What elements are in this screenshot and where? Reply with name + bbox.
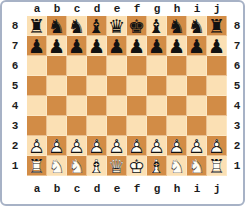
black-queen-piece: ♛	[107, 16, 126, 35]
rank-label-right-6: 6	[230, 59, 244, 73]
square-f3[interactable]	[127, 116, 147, 136]
black-pawn-piece: ♟	[27, 36, 46, 55]
square-h8[interactable]: ♞	[167, 16, 187, 36]
white-piece-outline: ♘	[187, 156, 206, 175]
rank-label-left-3: 3	[8, 119, 22, 133]
white-piece-outline: ♙	[27, 136, 46, 155]
square-d4[interactable]	[87, 96, 107, 116]
square-a2[interactable]: ♟♙	[27, 136, 47, 156]
square-d1[interactable]: ♝♗	[87, 156, 107, 176]
square-b5[interactable]	[47, 76, 67, 96]
file-label-bottom-h: h	[167, 182, 187, 196]
white-pawn-piece: ♟♙	[47, 136, 66, 155]
file-label-bottom-f: f	[127, 182, 147, 196]
file-label-bottom-b: b	[47, 182, 67, 196]
file-label-bottom-j: j	[207, 182, 227, 196]
square-c7[interactable]: ♟	[67, 36, 87, 56]
square-a3[interactable]	[27, 116, 47, 136]
file-label-bottom-c: c	[67, 182, 87, 196]
black-pawn-piece: ♟	[147, 36, 166, 55]
square-f2[interactable]: ♟♙	[127, 136, 147, 156]
white-pawn-piece: ♟♙	[67, 136, 86, 155]
black-rook-piece: ♜	[207, 16, 226, 35]
square-c2[interactable]: ♟♙	[67, 136, 87, 156]
square-f6[interactable]	[127, 56, 147, 76]
white-piece-outline: ♙	[87, 136, 106, 155]
square-j5[interactable]	[207, 76, 227, 96]
file-label-top-j: j	[207, 2, 227, 16]
square-d6[interactable]	[87, 56, 107, 76]
chessboard: ♜♞♞♝♛♚♝♞♞♜♟♟♟♟♟♟♟♟♟♟♟♙♟♙♟♙♟♙♟♙♟♙♟♙♟♙♟♙♟♙…	[27, 16, 227, 176]
square-j7[interactable]: ♟	[207, 36, 227, 56]
white-piece-outline: ♘	[167, 156, 186, 175]
white-knight-piece: ♞♘	[47, 156, 66, 175]
square-b4[interactable]	[47, 96, 67, 116]
white-piece-outline: ♖	[207, 156, 226, 175]
white-piece-outline: ♙	[107, 136, 126, 155]
square-j6[interactable]	[207, 56, 227, 76]
square-e1[interactable]: ♛♕	[107, 156, 127, 176]
diagram-frame: ♜♞♞♝♛♚♝♞♞♜♟♟♟♟♟♟♟♟♟♟♟♙♟♙♟♙♟♙♟♙♟♙♟♙♟♙♟♙♟♙…	[0, 0, 245, 206]
square-c4[interactable]	[67, 96, 87, 116]
file-label-bottom-a: a	[27, 182, 47, 196]
rank-label-left-4: 4	[8, 99, 22, 113]
white-rook-piece: ♜♖	[207, 156, 226, 175]
black-rook-piece: ♜	[27, 16, 46, 35]
square-c8[interactable]: ♞	[67, 16, 87, 36]
black-knight-piece: ♞	[187, 16, 206, 35]
square-f1[interactable]: ♚♔	[127, 156, 147, 176]
white-piece-outline: ♙	[167, 136, 186, 155]
white-bishop-piece: ♝♗	[147, 156, 166, 175]
white-piece-outline: ♗	[147, 156, 166, 175]
square-g6[interactable]	[147, 56, 167, 76]
black-pawn-piece: ♟	[167, 36, 186, 55]
file-label-top-h: h	[167, 2, 187, 16]
square-b1[interactable]: ♞♘	[47, 156, 67, 176]
square-f7[interactable]: ♟	[127, 36, 147, 56]
square-h7[interactable]: ♟	[167, 36, 187, 56]
rank-label-right-1: 1	[230, 159, 244, 173]
white-pawn-piece: ♟♙	[167, 136, 186, 155]
square-e3[interactable]	[107, 116, 127, 136]
square-d5[interactable]	[87, 76, 107, 96]
black-bishop-piece: ♝	[87, 16, 106, 35]
file-label-top-e: e	[107, 2, 127, 16]
black-pawn-piece: ♟	[127, 36, 146, 55]
square-d2[interactable]: ♟♙	[87, 136, 107, 156]
square-e2[interactable]: ♟♙	[107, 136, 127, 156]
square-g7[interactable]: ♟	[147, 36, 167, 56]
white-pawn-piece: ♟♙	[207, 136, 226, 155]
black-pawn-piece: ♟	[47, 36, 66, 55]
square-f4[interactable]	[127, 96, 147, 116]
square-e8[interactable]: ♛	[107, 16, 127, 36]
square-d7[interactable]: ♟	[87, 36, 107, 56]
black-pawn-piece: ♟	[187, 36, 206, 55]
white-pawn-piece: ♟♙	[107, 136, 126, 155]
white-piece-outline: ♔	[127, 156, 146, 175]
rank-label-right-3: 3	[230, 119, 244, 133]
square-i2[interactable]: ♟♙	[187, 136, 207, 156]
rank-label-left-2: 2	[8, 139, 22, 153]
square-a6[interactable]	[27, 56, 47, 76]
square-i8[interactable]: ♞	[187, 16, 207, 36]
square-h1[interactable]: ♞♘	[167, 156, 187, 176]
square-i4[interactable]	[187, 96, 207, 116]
rank-label-right-7: 7	[230, 39, 244, 53]
white-piece-outline: ♖	[27, 156, 46, 175]
white-piece-outline: ♙	[207, 136, 226, 155]
white-king-piece: ♚♔	[127, 156, 146, 175]
white-knight-piece: ♞♘	[167, 156, 186, 175]
square-c1[interactable]: ♞♘	[67, 156, 87, 176]
file-label-top-g: g	[147, 2, 167, 16]
rank-label-right-4: 4	[230, 99, 244, 113]
white-piece-outline: ♙	[47, 136, 66, 155]
white-pawn-piece: ♟♙	[127, 136, 146, 155]
white-queen-piece: ♛♕	[107, 156, 126, 175]
rank-label-left-6: 6	[8, 59, 22, 73]
white-bishop-piece: ♝♗	[87, 156, 106, 175]
white-piece-outline: ♕	[107, 156, 126, 175]
white-knight-piece: ♞♘	[187, 156, 206, 175]
file-label-top-d: d	[87, 2, 107, 16]
rank-label-right-5: 5	[230, 79, 244, 93]
file-label-top-i: i	[187, 2, 207, 16]
black-pawn-piece: ♟	[207, 36, 226, 55]
square-g2[interactable]: ♟♙	[147, 136, 167, 156]
square-b7[interactable]: ♟	[47, 36, 67, 56]
black-knight-piece: ♞	[47, 16, 66, 35]
white-piece-outline: ♘	[67, 156, 86, 175]
file-label-top-c: c	[67, 2, 87, 16]
black-knight-piece: ♞	[67, 16, 86, 35]
file-label-bottom-g: g	[147, 182, 167, 196]
square-h4[interactable]	[167, 96, 187, 116]
square-b8[interactable]: ♞	[47, 16, 67, 36]
black-pawn-piece: ♟	[87, 36, 106, 55]
square-i6[interactable]	[187, 56, 207, 76]
square-e5[interactable]	[107, 76, 127, 96]
white-rook-piece: ♜♖	[27, 156, 46, 175]
square-g3[interactable]	[147, 116, 167, 136]
white-pawn-piece: ♟♙	[87, 136, 106, 155]
black-bishop-piece: ♝	[147, 16, 166, 35]
white-piece-outline: ♗	[87, 156, 106, 175]
square-e7[interactable]: ♟	[107, 36, 127, 56]
black-pawn-piece: ♟	[67, 36, 86, 55]
square-a5[interactable]	[27, 76, 47, 96]
square-j4[interactable]	[207, 96, 227, 116]
square-c6[interactable]	[67, 56, 87, 76]
square-h6[interactable]	[167, 56, 187, 76]
square-g4[interactable]	[147, 96, 167, 116]
square-j1[interactable]: ♜♖	[207, 156, 227, 176]
rank-label-right-8: 8	[230, 19, 244, 33]
square-h5[interactable]	[167, 76, 187, 96]
black-pawn-piece: ♟	[107, 36, 126, 55]
square-a7[interactable]: ♟	[27, 36, 47, 56]
square-c5[interactable]	[67, 76, 87, 96]
file-label-top-f: f	[127, 2, 147, 16]
rank-label-right-2: 2	[230, 139, 244, 153]
file-label-bottom-d: d	[87, 182, 107, 196]
file-label-bottom-i: i	[187, 182, 207, 196]
square-d8[interactable]: ♝	[87, 16, 107, 36]
square-f8[interactable]: ♚	[127, 16, 147, 36]
square-i1[interactable]: ♞♘	[187, 156, 207, 176]
square-a1[interactable]: ♜♖	[27, 156, 47, 176]
white-pawn-piece: ♟♙	[147, 136, 166, 155]
white-piece-outline: ♙	[127, 136, 146, 155]
square-i5[interactable]	[187, 76, 207, 96]
square-a8[interactable]: ♜	[27, 16, 47, 36]
square-i3[interactable]	[187, 116, 207, 136]
square-h2[interactable]: ♟♙	[167, 136, 187, 156]
square-g5[interactable]	[147, 76, 167, 96]
square-b6[interactable]	[47, 56, 67, 76]
square-c3[interactable]	[67, 116, 87, 136]
white-knight-piece: ♞♘	[67, 156, 86, 175]
square-g1[interactable]: ♝♗	[147, 156, 167, 176]
square-j8[interactable]: ♜	[207, 16, 227, 36]
square-j2[interactable]: ♟♙	[207, 136, 227, 156]
rank-label-left-5: 5	[8, 79, 22, 93]
square-h3[interactable]	[167, 116, 187, 136]
square-b2[interactable]: ♟♙	[47, 136, 67, 156]
white-piece-outline: ♙	[187, 136, 206, 155]
square-e4[interactable]	[107, 96, 127, 116]
rank-label-left-7: 7	[8, 39, 22, 53]
square-b3[interactable]	[47, 116, 67, 136]
white-pawn-piece: ♟♙	[27, 136, 46, 155]
white-pawn-piece: ♟♙	[187, 136, 206, 155]
white-piece-outline: ♙	[147, 136, 166, 155]
rank-label-left-1: 1	[8, 159, 22, 173]
white-piece-outline: ♙	[67, 136, 86, 155]
square-d3[interactable]	[87, 116, 107, 136]
square-g8[interactable]: ♝	[147, 16, 167, 36]
file-label-top-b: b	[47, 2, 67, 16]
square-e6[interactable]	[107, 56, 127, 76]
square-a4[interactable]	[27, 96, 47, 116]
rank-label-left-8: 8	[8, 19, 22, 33]
black-knight-piece: ♞	[167, 16, 186, 35]
file-label-top-a: a	[27, 2, 47, 16]
file-label-bottom-e: e	[107, 182, 127, 196]
square-j3[interactable]	[207, 116, 227, 136]
white-piece-outline: ♘	[47, 156, 66, 175]
black-king-piece: ♚	[127, 16, 146, 35]
square-f5[interactable]	[127, 76, 147, 96]
square-i7[interactable]: ♟	[187, 36, 207, 56]
